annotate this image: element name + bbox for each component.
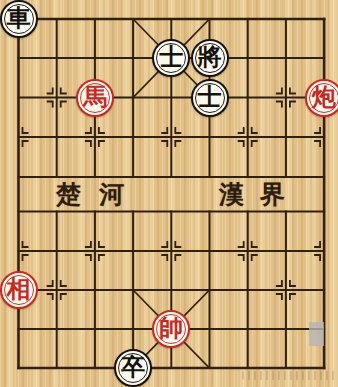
red-elephant[interactable]: 相	[0, 271, 38, 309]
black-chariot[interactable]: 車	[0, 0, 38, 38]
piece-glyph: 士	[159, 45, 183, 69]
river-label-right: 漢界	[219, 182, 301, 207]
piece-glyph: 卒	[121, 355, 145, 379]
black-general[interactable]: 將	[191, 39, 229, 77]
river-label-left: 楚河	[56, 182, 142, 207]
red-cannon[interactable]: 炮	[305, 79, 338, 117]
piece-glyph: 帥	[159, 316, 183, 340]
gray-artifact	[309, 322, 324, 346]
xiangqi-board[interactable]: 楚河 漢界 車士將士馬炮相帥卒	[0, 0, 338, 387]
piece-glyph: 馬	[83, 85, 107, 109]
black-soldier[interactable]: 卒	[114, 349, 152, 387]
piece-glyph: 士	[198, 85, 222, 109]
piece-glyph: 炮	[312, 85, 336, 109]
piece-glyph: 車	[7, 6, 31, 30]
black-advisor-2[interactable]: 士	[191, 79, 229, 117]
watermark-smudge	[242, 371, 336, 380]
piece-glyph: 將	[198, 45, 222, 69]
piece-glyph: 相	[7, 277, 31, 301]
red-horse[interactable]: 馬	[76, 79, 114, 117]
